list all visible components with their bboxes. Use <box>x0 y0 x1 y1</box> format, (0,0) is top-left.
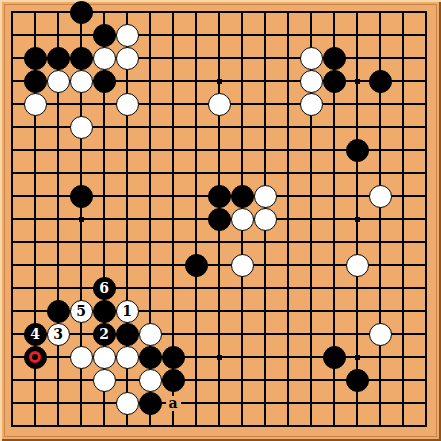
white-stone <box>116 24 139 47</box>
black-stone <box>346 369 369 392</box>
circle-marker <box>29 351 41 363</box>
black-stone: 4 <box>24 323 47 346</box>
black-stone <box>162 369 185 392</box>
white-stone: 3 <box>47 323 70 346</box>
white-stone <box>231 208 254 231</box>
star-point <box>79 217 84 222</box>
star-point <box>217 355 222 360</box>
black-stone <box>162 346 185 369</box>
white-stone <box>24 93 47 116</box>
black-stone <box>70 47 93 70</box>
black-stone: 6 <box>93 277 116 300</box>
black-stone <box>139 392 162 415</box>
white-stone <box>208 93 231 116</box>
white-stone <box>254 185 277 208</box>
star-point <box>217 79 222 84</box>
go-board: 642513a <box>0 0 441 441</box>
white-stone <box>254 208 277 231</box>
black-stone <box>208 208 231 231</box>
star-point <box>355 355 360 360</box>
white-stone <box>93 346 116 369</box>
black-stone <box>47 47 70 70</box>
white-stone <box>369 185 392 208</box>
white-stone <box>139 323 162 346</box>
move-number: 2 <box>99 327 109 341</box>
black-stone <box>116 323 139 346</box>
black-stone <box>323 70 346 93</box>
white-stone <box>300 47 323 70</box>
star-point <box>355 217 360 222</box>
black-stone <box>185 254 208 277</box>
white-stone <box>116 346 139 369</box>
white-stone <box>300 70 323 93</box>
white-stone <box>369 323 392 346</box>
move-number: 4 <box>30 327 40 341</box>
white-stone <box>70 116 93 139</box>
white-stone <box>70 70 93 93</box>
black-stone <box>369 70 392 93</box>
white-stone <box>139 369 162 392</box>
white-stone <box>346 254 369 277</box>
black-stone <box>208 185 231 208</box>
move-number: 1 <box>122 304 132 318</box>
black-stone <box>139 346 162 369</box>
black-stone <box>70 185 93 208</box>
white-stone <box>93 47 116 70</box>
black-stone <box>93 24 116 47</box>
black-stone <box>231 185 254 208</box>
black-stone: 2 <box>93 323 116 346</box>
white-stone <box>93 369 116 392</box>
move-number: 3 <box>53 327 63 341</box>
white-stone <box>70 346 93 369</box>
black-stone <box>323 346 346 369</box>
white-stone <box>116 392 139 415</box>
black-stone <box>323 47 346 70</box>
move-number: 5 <box>76 304 86 318</box>
black-stone <box>24 346 47 369</box>
white-stone <box>116 47 139 70</box>
black-stone <box>24 47 47 70</box>
go-diagram: 642513a <box>0 0 441 441</box>
star-point <box>355 79 360 84</box>
white-stone <box>231 254 254 277</box>
white-stone <box>47 70 70 93</box>
white-stone: 5 <box>70 300 93 323</box>
white-stone <box>116 93 139 116</box>
point-label-a: a <box>166 396 181 411</box>
white-stone <box>300 93 323 116</box>
white-stone: 1 <box>116 300 139 323</box>
black-stone <box>24 70 47 93</box>
move-number: 6 <box>99 281 109 295</box>
black-stone <box>93 70 116 93</box>
black-stone <box>346 139 369 162</box>
black-stone <box>70 1 93 24</box>
black-stone <box>47 300 70 323</box>
black-stone <box>93 300 116 323</box>
